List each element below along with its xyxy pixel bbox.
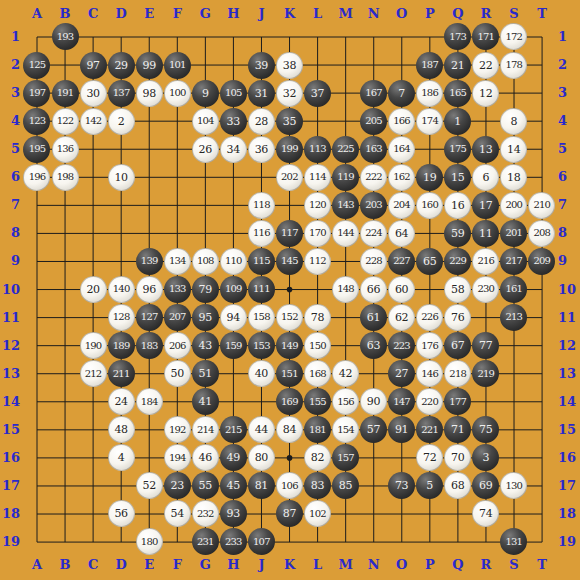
stone-F16-move-194[interactable]: 194 bbox=[164, 444, 191, 471]
intersection-J15: 44 bbox=[247, 416, 275, 444]
stone-A3-move-197[interactable]: 197 bbox=[23, 80, 50, 107]
stone-H15-move-215[interactable]: 215 bbox=[220, 416, 247, 443]
stone-K6-move-202[interactable]: 202 bbox=[276, 164, 303, 191]
stone-S2-move-178[interactable]: 178 bbox=[500, 52, 527, 79]
move-number: 226 bbox=[421, 312, 438, 322]
stone-F12-move-206[interactable]: 206 bbox=[164, 332, 191, 359]
stone-A5-move-195[interactable]: 195 bbox=[23, 136, 50, 163]
move-number: 98 bbox=[142, 88, 155, 99]
stone-K11-move-152[interactable]: 152 bbox=[276, 304, 303, 331]
stone-E11-move-127[interactable]: 127 bbox=[136, 304, 163, 331]
stone-K13-move-151[interactable]: 151 bbox=[276, 360, 303, 387]
stone-P17-move-5[interactable]: 5 bbox=[416, 472, 443, 499]
stone-K18-move-87[interactable]: 87 bbox=[276, 500, 303, 527]
stone-Q10-move-58[interactable]: 58 bbox=[444, 276, 471, 303]
stone-O12-move-223[interactable]: 223 bbox=[388, 332, 415, 359]
stone-H11-move-94[interactable]: 94 bbox=[220, 304, 247, 331]
stone-R2-move-22[interactable]: 22 bbox=[472, 52, 499, 79]
stone-Q15-move-71[interactable]: 71 bbox=[444, 416, 471, 443]
stone-K3-move-32[interactable]: 32 bbox=[276, 80, 303, 107]
stone-H10-move-109[interactable]: 109 bbox=[220, 276, 247, 303]
stone-L9-move-112[interactable]: 112 bbox=[304, 248, 331, 275]
stone-Q13-move-218[interactable]: 218 bbox=[444, 360, 471, 387]
intersection-L14: 155 bbox=[303, 388, 331, 416]
intersection-L16: 82 bbox=[303, 444, 331, 472]
stone-E9-move-139[interactable]: 139 bbox=[136, 248, 163, 275]
move-number: 82 bbox=[311, 452, 324, 463]
intersection-O17: 73 bbox=[388, 472, 416, 500]
stone-B6-move-198[interactable]: 198 bbox=[52, 164, 79, 191]
stone-J7-move-118[interactable]: 118 bbox=[248, 192, 275, 219]
stone-S1-move-172[interactable]: 172 bbox=[500, 23, 527, 50]
stone-J5-move-36[interactable]: 36 bbox=[248, 136, 275, 163]
stone-J13-move-40[interactable]: 40 bbox=[248, 360, 275, 387]
stone-R3-move-12[interactable]: 12 bbox=[472, 80, 499, 107]
stone-M8-move-144[interactable]: 144 bbox=[332, 220, 359, 247]
stone-L18-move-102[interactable]: 102 bbox=[304, 500, 331, 527]
stone-M14-move-156[interactable]: 156 bbox=[332, 388, 359, 415]
intersection-O11: 62 bbox=[388, 303, 416, 331]
move-number: 44 bbox=[255, 424, 268, 435]
move-number: 145 bbox=[281, 256, 298, 266]
stone-R9-move-216[interactable]: 216 bbox=[472, 248, 499, 275]
intersection-N14: 90 bbox=[360, 388, 388, 416]
move-number: 65 bbox=[423, 256, 436, 267]
stone-N5-move-163[interactable]: 163 bbox=[360, 136, 387, 163]
stone-P11-move-226[interactable]: 226 bbox=[416, 304, 443, 331]
stone-F3-move-100[interactable]: 100 bbox=[164, 80, 191, 107]
move-number: 143 bbox=[337, 200, 354, 210]
stone-O5-move-164[interactable]: 164 bbox=[388, 136, 415, 163]
stone-O11-move-62[interactable]: 62 bbox=[388, 304, 415, 331]
stone-R18-move-74[interactable]: 74 bbox=[472, 500, 499, 527]
stone-D13-move-211[interactable]: 211 bbox=[108, 360, 135, 387]
stone-N8-move-224[interactable]: 224 bbox=[360, 220, 387, 247]
stone-O10-move-60[interactable]: 60 bbox=[388, 276, 415, 303]
stone-P2-move-187[interactable]: 187 bbox=[416, 52, 443, 79]
intersection-S7: 200 bbox=[500, 191, 528, 219]
intersection-L18: 102 bbox=[303, 500, 331, 528]
stone-D6-move-10[interactable]: 10 bbox=[108, 164, 135, 191]
stone-D2-move-29[interactable]: 29 bbox=[108, 52, 135, 79]
stone-J9-move-115[interactable]: 115 bbox=[248, 248, 275, 275]
move-number: 139 bbox=[141, 256, 158, 266]
stone-R8-move-11[interactable]: 11 bbox=[472, 220, 499, 247]
stone-S4-move-8[interactable]: 8 bbox=[500, 108, 527, 135]
stone-P9-move-65[interactable]: 65 bbox=[416, 248, 443, 275]
stone-J2-move-39[interactable]: 39 bbox=[248, 52, 275, 79]
move-number: 169 bbox=[281, 397, 298, 407]
move-number: 49 bbox=[227, 452, 240, 463]
stone-J10-move-111[interactable]: 111 bbox=[248, 276, 275, 303]
stone-L16-move-82[interactable]: 82 bbox=[304, 444, 331, 471]
stone-B4-move-122[interactable]: 122 bbox=[52, 108, 79, 135]
stone-M13-move-42[interactable]: 42 bbox=[332, 360, 359, 387]
stone-P16-move-72[interactable]: 72 bbox=[416, 444, 443, 471]
stone-G16-move-46[interactable]: 46 bbox=[192, 444, 219, 471]
move-number: 64 bbox=[395, 228, 408, 239]
stone-G19-move-231[interactable]: 231 bbox=[192, 528, 219, 555]
intersection-Q5: 175 bbox=[444, 135, 472, 163]
stone-H17-move-45[interactable]: 45 bbox=[220, 472, 247, 499]
stone-O17-move-73[interactable]: 73 bbox=[388, 472, 415, 499]
stone-O4-move-166[interactable]: 166 bbox=[388, 108, 415, 135]
stone-C12-move-190[interactable]: 190 bbox=[80, 332, 107, 359]
stone-B1-move-193[interactable]: 193 bbox=[52, 23, 79, 50]
stone-N10-move-66[interactable]: 66 bbox=[360, 276, 387, 303]
stone-R12-move-77[interactable]: 77 bbox=[472, 332, 499, 359]
intersection-Q2: 21 bbox=[444, 51, 472, 79]
stone-F15-move-192[interactable]: 192 bbox=[164, 416, 191, 443]
stone-M15-move-154[interactable]: 154 bbox=[332, 416, 359, 443]
move-number: 2 bbox=[118, 116, 125, 127]
stone-O9-move-227[interactable]: 227 bbox=[388, 248, 415, 275]
stone-Q9-move-229[interactable]: 229 bbox=[444, 248, 471, 275]
stone-L11-move-78[interactable]: 78 bbox=[304, 304, 331, 331]
stone-M17-move-85[interactable]: 85 bbox=[332, 472, 359, 499]
move-number: 192 bbox=[169, 425, 186, 435]
stone-K9-move-145[interactable]: 145 bbox=[276, 248, 303, 275]
stone-N14-move-90[interactable]: 90 bbox=[360, 388, 387, 415]
column-label-bottom-K: K bbox=[276, 557, 304, 572]
stone-S6-move-18[interactable]: 18 bbox=[500, 164, 527, 191]
stone-N7-move-203[interactable]: 203 bbox=[360, 192, 387, 219]
stone-H12-move-159[interactable]: 159 bbox=[220, 332, 247, 359]
move-number: 107 bbox=[253, 537, 270, 547]
intersection-Q14: 177 bbox=[444, 388, 472, 416]
move-number: 148 bbox=[337, 284, 354, 294]
stone-L14-move-155[interactable]: 155 bbox=[304, 388, 331, 415]
stone-G18-move-232[interactable]: 232 bbox=[192, 500, 219, 527]
stone-R1-move-171[interactable]: 171 bbox=[472, 23, 499, 50]
stone-D16-move-4[interactable]: 4 bbox=[108, 444, 135, 471]
column-label-bottom-Q: Q bbox=[444, 557, 472, 572]
stone-T9-move-209[interactable]: 209 bbox=[528, 248, 555, 275]
stone-P4-move-174[interactable]: 174 bbox=[416, 108, 443, 135]
stone-K14-move-169[interactable]: 169 bbox=[276, 388, 303, 415]
column-label-bottom-G: G bbox=[191, 557, 219, 572]
intersection-D4: 2 bbox=[107, 107, 135, 135]
stone-E19-move-180[interactable]: 180 bbox=[136, 528, 163, 555]
stone-J19-move-107[interactable]: 107 bbox=[248, 528, 275, 555]
stone-G12-move-43[interactable]: 43 bbox=[192, 332, 219, 359]
move-number: 171 bbox=[477, 32, 494, 42]
stone-M5-move-225[interactable]: 225 bbox=[332, 136, 359, 163]
stone-G14-move-41[interactable]: 41 bbox=[192, 388, 219, 415]
intersection-G3: 9 bbox=[191, 79, 219, 107]
stone-J3-move-31[interactable]: 31 bbox=[248, 80, 275, 107]
stone-S5-move-14[interactable]: 14 bbox=[500, 136, 527, 163]
intersection-J2: 39 bbox=[247, 51, 275, 79]
stone-S19-move-131[interactable]: 131 bbox=[500, 528, 527, 555]
stone-O13-move-27[interactable]: 27 bbox=[388, 360, 415, 387]
stone-C2-move-97[interactable]: 97 bbox=[80, 52, 107, 79]
intersection-A3: 197 bbox=[23, 79, 51, 107]
stone-T8-move-208[interactable]: 208 bbox=[528, 220, 555, 247]
stone-N4-move-205[interactable]: 205 bbox=[360, 108, 387, 135]
stone-M7-move-143[interactable]: 143 bbox=[332, 192, 359, 219]
stone-L8-move-170[interactable]: 170 bbox=[304, 220, 331, 247]
stone-Q3-move-165[interactable]: 165 bbox=[444, 80, 471, 107]
move-number: 150 bbox=[309, 341, 326, 351]
stone-E3-move-98[interactable]: 98 bbox=[136, 80, 163, 107]
stone-L6-move-114[interactable]: 114 bbox=[304, 164, 331, 191]
stone-M6-move-119[interactable]: 119 bbox=[332, 164, 359, 191]
stone-Q1-move-173[interactable]: 173 bbox=[444, 23, 471, 50]
intersection-D10: 140 bbox=[107, 275, 135, 303]
stone-E12-move-183[interactable]: 183 bbox=[136, 332, 163, 359]
stone-Q12-move-67[interactable]: 67 bbox=[444, 332, 471, 359]
intersection-F12: 206 bbox=[163, 331, 191, 359]
intersection-P15: 221 bbox=[416, 416, 444, 444]
move-number: 173 bbox=[449, 32, 466, 42]
intersection-L3: 37 bbox=[303, 79, 331, 107]
stone-M10-move-148[interactable]: 148 bbox=[332, 276, 359, 303]
intersection-F9: 134 bbox=[163, 247, 191, 275]
stone-Q7-move-16[interactable]: 16 bbox=[444, 192, 471, 219]
stone-C3-move-30[interactable]: 30 bbox=[80, 80, 107, 107]
stone-D18-move-56[interactable]: 56 bbox=[108, 500, 135, 527]
intersection-S8: 201 bbox=[500, 219, 528, 247]
stone-J4-move-28[interactable]: 28 bbox=[248, 108, 275, 135]
row-label-right-10: 10 bbox=[558, 282, 580, 297]
move-number: 208 bbox=[533, 228, 550, 238]
stone-Q5-move-175[interactable]: 175 bbox=[444, 136, 471, 163]
stone-D3-move-137[interactable]: 137 bbox=[108, 80, 135, 107]
intersection-R5: 13 bbox=[472, 135, 500, 163]
stone-Q4-move-1[interactable]: 1 bbox=[444, 108, 471, 135]
stone-G5-move-26[interactable]: 26 bbox=[192, 136, 219, 163]
stone-H3-move-105[interactable]: 105 bbox=[220, 80, 247, 107]
move-number: 48 bbox=[114, 424, 127, 435]
stone-Q6-move-15[interactable]: 15 bbox=[444, 164, 471, 191]
intersection-G15: 214 bbox=[191, 416, 219, 444]
stone-O6-move-162[interactable]: 162 bbox=[388, 164, 415, 191]
stone-P15-move-221[interactable]: 221 bbox=[416, 416, 443, 443]
intersection-P7: 160 bbox=[416, 191, 444, 219]
move-number: 61 bbox=[367, 312, 380, 323]
stone-R7-move-17[interactable]: 17 bbox=[472, 192, 499, 219]
stone-G10-move-79[interactable]: 79 bbox=[192, 276, 219, 303]
row-label-right-9: 9 bbox=[558, 253, 580, 268]
move-number: 11 bbox=[479, 228, 492, 239]
stone-S11-move-213[interactable]: 213 bbox=[500, 304, 527, 331]
stone-A4-move-123[interactable]: 123 bbox=[23, 108, 50, 135]
stone-K15-move-84[interactable]: 84 bbox=[276, 416, 303, 443]
stone-O15-move-91[interactable]: 91 bbox=[388, 416, 415, 443]
stone-R13-move-219[interactable]: 219 bbox=[472, 360, 499, 387]
intersection-Q10: 58 bbox=[444, 275, 472, 303]
move-number: 202 bbox=[281, 172, 298, 182]
stone-P13-move-146[interactable]: 146 bbox=[416, 360, 443, 387]
stone-B5-move-136[interactable]: 136 bbox=[52, 136, 79, 163]
stone-L3-move-37[interactable]: 37 bbox=[304, 80, 331, 107]
stone-P3-move-186[interactable]: 186 bbox=[416, 80, 443, 107]
stone-J15-move-44[interactable]: 44 bbox=[248, 416, 275, 443]
stone-O8-move-64[interactable]: 64 bbox=[388, 220, 415, 247]
stone-G17-move-55[interactable]: 55 bbox=[192, 472, 219, 499]
stone-S10-move-161[interactable]: 161 bbox=[500, 276, 527, 303]
stone-K4-move-35[interactable]: 35 bbox=[276, 108, 303, 135]
stone-F13-move-50[interactable]: 50 bbox=[164, 360, 191, 387]
stone-N15-move-57[interactable]: 57 bbox=[360, 416, 387, 443]
stone-K5-move-199[interactable]: 199 bbox=[276, 136, 303, 163]
column-label-bottom-T: T bbox=[528, 557, 556, 572]
intersection-P11: 226 bbox=[416, 303, 444, 331]
move-number: 232 bbox=[197, 509, 214, 519]
stone-L12-move-150[interactable]: 150 bbox=[304, 332, 331, 359]
stone-S9-move-217[interactable]: 217 bbox=[500, 248, 527, 275]
stone-H16-move-49[interactable]: 49 bbox=[220, 444, 247, 471]
stone-Q8-move-59[interactable]: 59 bbox=[444, 220, 471, 247]
intersection-O5: 164 bbox=[388, 135, 416, 163]
intersection-N3: 167 bbox=[360, 79, 388, 107]
intersection-E14: 184 bbox=[135, 388, 163, 416]
stone-Q11-move-76[interactable]: 76 bbox=[444, 304, 471, 331]
stone-K17-move-106[interactable]: 106 bbox=[276, 472, 303, 499]
stone-G13-move-51[interactable]: 51 bbox=[192, 360, 219, 387]
stone-C4-move-142[interactable]: 142 bbox=[80, 108, 107, 135]
stone-F9-move-134[interactable]: 134 bbox=[164, 248, 191, 275]
stone-Q2-move-21[interactable]: 21 bbox=[444, 52, 471, 79]
intersection-L9: 112 bbox=[303, 247, 331, 275]
stone-F18-move-54[interactable]: 54 bbox=[164, 500, 191, 527]
stone-Q17-move-68[interactable]: 68 bbox=[444, 472, 471, 499]
stone-F10-move-133[interactable]: 133 bbox=[164, 276, 191, 303]
stone-F2-move-101[interactable]: 101 bbox=[164, 52, 191, 79]
stone-H4-move-33[interactable]: 33 bbox=[220, 108, 247, 135]
intersection-Q6: 15 bbox=[444, 163, 472, 191]
stone-O7-move-204[interactable]: 204 bbox=[388, 192, 415, 219]
stone-L13-move-168[interactable]: 168 bbox=[304, 360, 331, 387]
stone-N9-move-228[interactable]: 228 bbox=[360, 248, 387, 275]
stone-H9-move-110[interactable]: 110 bbox=[220, 248, 247, 275]
stone-G9-move-108[interactable]: 108 bbox=[192, 248, 219, 275]
stone-E2-move-99[interactable]: 99 bbox=[136, 52, 163, 79]
row-label-right-6: 6 bbox=[558, 169, 580, 184]
stone-O3-move-7[interactable]: 7 bbox=[388, 80, 415, 107]
stone-L17-move-83[interactable]: 83 bbox=[304, 472, 331, 499]
move-number: 115 bbox=[253, 256, 270, 266]
move-number: 190 bbox=[85, 341, 102, 351]
stone-E14-move-184[interactable]: 184 bbox=[136, 388, 163, 415]
intersection-K14: 169 bbox=[275, 388, 303, 416]
intersection-K9: 145 bbox=[275, 247, 303, 275]
stone-G4-move-104[interactable]: 104 bbox=[192, 108, 219, 135]
stone-H19-move-233[interactable]: 233 bbox=[220, 528, 247, 555]
intersection-J8: 116 bbox=[247, 219, 275, 247]
move-number: 221 bbox=[421, 425, 438, 435]
stone-J8-move-116[interactable]: 116 bbox=[248, 220, 275, 247]
stone-F17-move-23[interactable]: 23 bbox=[164, 472, 191, 499]
stone-J11-move-158[interactable]: 158 bbox=[248, 304, 275, 331]
stone-H5-move-34[interactable]: 34 bbox=[220, 136, 247, 163]
stone-H18-move-93[interactable]: 93 bbox=[220, 500, 247, 527]
stone-T7-move-210[interactable]: 210 bbox=[528, 192, 555, 219]
stone-R17-move-69[interactable]: 69 bbox=[472, 472, 499, 499]
intersection-R10: 230 bbox=[472, 275, 500, 303]
stone-F11-move-207[interactable]: 207 bbox=[164, 304, 191, 331]
stone-O14-move-147[interactable]: 147 bbox=[388, 388, 415, 415]
stone-D4-move-2[interactable]: 2 bbox=[108, 108, 135, 135]
move-number: 204 bbox=[393, 200, 410, 210]
stone-N3-move-167[interactable]: 167 bbox=[360, 80, 387, 107]
stone-P12-move-176[interactable]: 176 bbox=[416, 332, 443, 359]
stone-D11-move-128[interactable]: 128 bbox=[108, 304, 135, 331]
move-number: 154 bbox=[337, 425, 354, 435]
row-label-left-11: 11 bbox=[0, 310, 20, 325]
stone-G11-move-95[interactable]: 95 bbox=[192, 304, 219, 331]
stone-D10-move-140[interactable]: 140 bbox=[108, 276, 135, 303]
column-label-top-F: F bbox=[163, 6, 191, 21]
stone-G15-move-214[interactable]: 214 bbox=[192, 416, 219, 443]
stone-D14-move-24[interactable]: 24 bbox=[108, 388, 135, 415]
intersection-J19: 107 bbox=[247, 528, 275, 556]
stone-K2-move-38[interactable]: 38 bbox=[276, 52, 303, 79]
stone-P14-move-220[interactable]: 220 bbox=[416, 388, 443, 415]
move-number: 20 bbox=[86, 284, 99, 295]
stone-G3-move-9[interactable]: 9 bbox=[192, 80, 219, 107]
move-number: 209 bbox=[533, 256, 550, 266]
column-label-bottom-D: D bbox=[107, 557, 135, 572]
stone-K8-move-117[interactable]: 117 bbox=[276, 220, 303, 247]
stone-D15-move-48[interactable]: 48 bbox=[108, 416, 135, 443]
stone-N6-move-222[interactable]: 222 bbox=[360, 164, 387, 191]
stone-L7-move-120[interactable]: 120 bbox=[304, 192, 331, 219]
stone-C10-move-20[interactable]: 20 bbox=[80, 276, 107, 303]
stone-L5-move-113[interactable]: 113 bbox=[304, 136, 331, 163]
stone-K12-move-149[interactable]: 149 bbox=[276, 332, 303, 359]
stone-E10-move-96[interactable]: 96 bbox=[136, 276, 163, 303]
stone-D12-move-189[interactable]: 189 bbox=[108, 332, 135, 359]
intersection-J10: 111 bbox=[247, 275, 275, 303]
move-number: 151 bbox=[281, 369, 298, 379]
stone-R16-move-3[interactable]: 3 bbox=[472, 444, 499, 471]
stone-S17-move-130[interactable]: 130 bbox=[500, 472, 527, 499]
stone-A2-move-125[interactable]: 125 bbox=[23, 52, 50, 79]
move-number: 217 bbox=[505, 256, 522, 266]
stone-Q16-move-70[interactable]: 70 bbox=[444, 444, 471, 471]
intersection-F16: 194 bbox=[163, 444, 191, 472]
stone-A6-move-196[interactable]: 196 bbox=[23, 164, 50, 191]
stone-E17-move-52[interactable]: 52 bbox=[136, 472, 163, 499]
stone-M16-move-157[interactable]: 157 bbox=[332, 444, 359, 471]
stone-P7-move-160[interactable]: 160 bbox=[416, 192, 443, 219]
stone-R5-move-13[interactable]: 13 bbox=[472, 136, 499, 163]
intersection-N7: 203 bbox=[360, 191, 388, 219]
stone-S8-move-201[interactable]: 201 bbox=[500, 220, 527, 247]
stone-L15-move-181[interactable]: 181 bbox=[304, 416, 331, 443]
stone-J12-move-153[interactable]: 153 bbox=[248, 332, 275, 359]
stone-J17-move-81[interactable]: 81 bbox=[248, 472, 275, 499]
stone-C13-move-212[interactable]: 212 bbox=[80, 360, 107, 387]
move-number: 51 bbox=[199, 368, 212, 379]
stone-B3-move-191[interactable]: 191 bbox=[52, 80, 79, 107]
stone-P6-move-19[interactable]: 19 bbox=[416, 164, 443, 191]
stone-R10-move-230[interactable]: 230 bbox=[472, 276, 499, 303]
intersection-H18: 93 bbox=[219, 500, 247, 528]
intersection-K17: 106 bbox=[275, 472, 303, 500]
stone-Q14-move-177[interactable]: 177 bbox=[444, 388, 471, 415]
stone-N12-move-63[interactable]: 63 bbox=[360, 332, 387, 359]
intersection-H11: 94 bbox=[219, 303, 247, 331]
stone-R6-move-6[interactable]: 6 bbox=[472, 164, 499, 191]
stone-N11-move-61[interactable]: 61 bbox=[360, 304, 387, 331]
stone-J16-move-80[interactable]: 80 bbox=[248, 444, 275, 471]
stone-S7-move-200[interactable]: 200 bbox=[500, 192, 527, 219]
stone-R15-move-75[interactable]: 75 bbox=[472, 416, 499, 443]
column-label-bottom-A: A bbox=[23, 557, 51, 572]
